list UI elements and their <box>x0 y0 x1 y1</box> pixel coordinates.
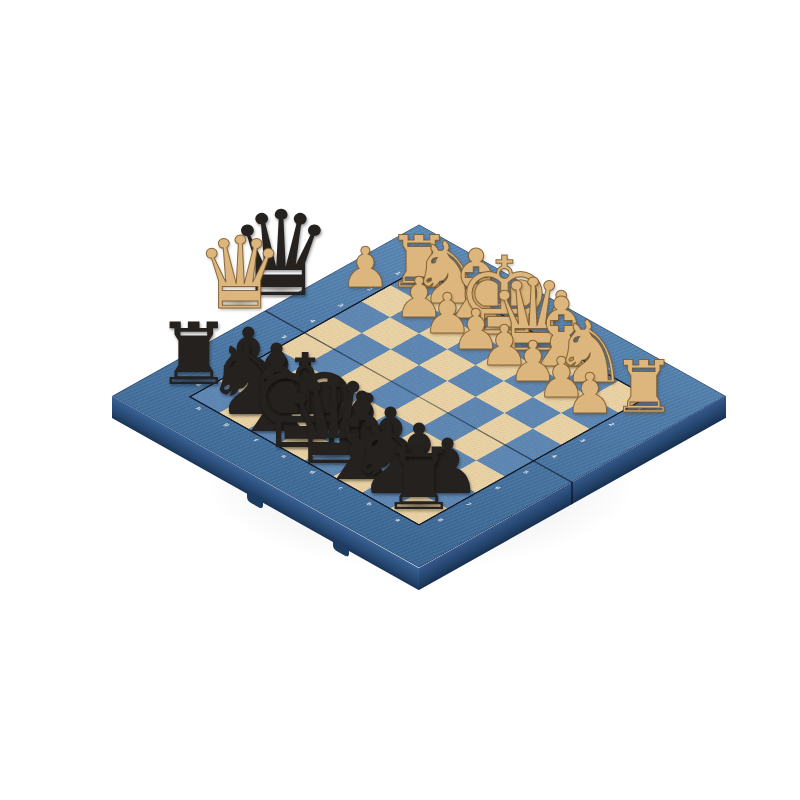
coord-label: 5 <box>521 470 529 475</box>
fold-seam-edge <box>571 482 573 505</box>
black-rook-a8[interactable]: ♜ <box>380 437 457 523</box>
coord-label: 3 <box>578 438 586 443</box>
white-pawn-frame-h2[interactable]: ♟ <box>340 240 390 296</box>
coord-label: 6 <box>493 486 501 491</box>
coord-label: h <box>194 406 202 411</box>
chess-set-photo: 1122334455667788hhggffeeddccbbaa ♜♞♝♚♛♝♞… <box>0 0 800 800</box>
white-rook-frame-a1[interactable]: ♜ <box>612 351 677 423</box>
coord-label: 3 <box>337 303 345 308</box>
coord-label: 4 <box>550 454 558 459</box>
white-pawn-a2[interactable]: ♟ <box>565 366 615 422</box>
